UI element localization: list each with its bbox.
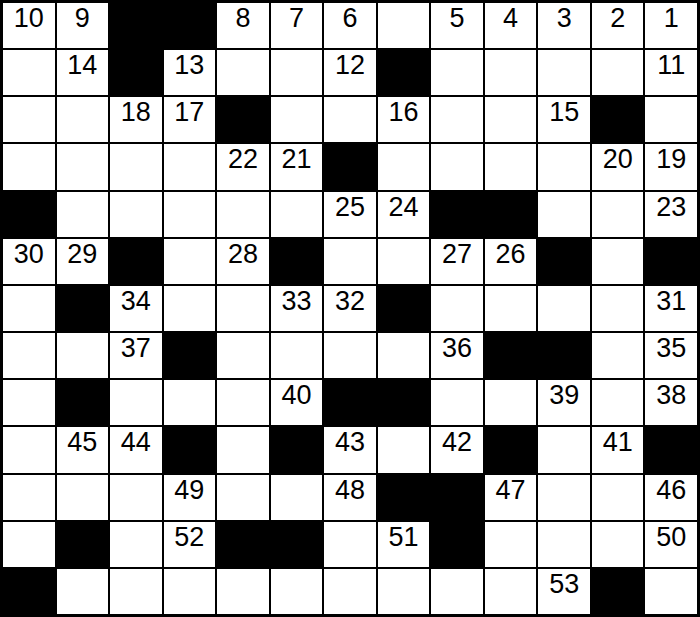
cell-r11c3[interactable] [110,475,162,520]
cell-r1c5[interactable]: 8 [217,3,269,48]
clue-number: 13 [174,50,204,79]
block-cell-r6c6 [271,239,323,284]
cell-r4c9[interactable] [431,144,483,189]
clue-number: 3 [557,3,572,32]
cell-r7c6[interactable]: 33 [271,286,323,331]
cell-r3c2[interactable] [57,97,109,142]
clue-number: 34 [121,286,151,315]
cell-r4c12[interactable]: 20 [592,144,644,189]
clue-number: 41 [603,427,633,456]
cell-r1c1[interactable]: 10 [3,3,55,48]
cell-r6c9[interactable]: 27 [431,239,483,284]
clue-number: 52 [174,522,204,551]
cell-r5c5[interactable] [217,192,269,237]
cell-r4c1[interactable] [3,144,55,189]
cell-r3c7[interactable] [324,97,376,142]
cell-r1c6[interactable]: 7 [271,3,323,48]
clue-number: 24 [389,192,419,221]
cell-r10c7[interactable]: 43 [324,427,376,472]
cell-r8c13[interactable]: 35 [645,333,697,378]
cell-r6c1[interactable]: 30 [3,239,55,284]
cell-r13c4[interactable] [164,569,216,614]
block-cell-r6c11 [538,239,590,284]
block-cell-r11c9 [431,475,483,520]
cell-r4c13[interactable]: 19 [645,144,697,189]
cell-r3c8[interactable]: 16 [378,97,430,142]
cell-r12c3[interactable] [110,522,162,567]
cell-r12c10[interactable] [485,522,537,567]
cell-r9c11[interactable]: 39 [538,380,590,425]
cell-r4c8[interactable] [378,144,430,189]
cell-r7c4[interactable] [164,286,216,331]
clue-number: 5 [450,3,465,32]
block-cell-r12c2 [57,522,109,567]
clue-number: 49 [174,475,204,504]
clue-number: 44 [121,427,151,456]
clue-number: 23 [656,192,686,221]
cell-r8c2[interactable] [57,333,109,378]
block-cell-r11c8 [378,475,430,520]
clue-number: 15 [549,97,579,126]
cell-r4c3[interactable] [110,144,162,189]
clue-number: 8 [235,3,250,32]
cell-r1c8[interactable] [378,3,430,48]
cell-r10c1[interactable] [3,427,55,472]
cell-r2c11[interactable] [538,50,590,95]
cell-r7c7[interactable]: 32 [324,286,376,331]
block-cell-r13c12 [592,569,644,614]
cell-r7c9[interactable] [431,286,483,331]
clue-number: 6 [342,3,357,32]
cell-r13c10[interactable] [485,569,537,614]
cell-r11c2[interactable] [57,475,109,520]
cell-r9c5[interactable] [217,380,269,425]
cell-r10c5[interactable] [217,427,269,472]
cell-r13c7[interactable] [324,569,376,614]
clue-number: 50 [656,522,686,551]
block-cell-r5c9 [431,192,483,237]
block-cell-r10c6 [271,427,323,472]
clue-number: 12 [335,50,365,79]
cell-r13c11[interactable]: 53 [538,569,590,614]
block-cell-r9c7 [324,380,376,425]
cell-r1c2[interactable]: 9 [57,3,109,48]
clue-number: 47 [496,475,526,504]
block-cell-r6c3 [110,239,162,284]
cell-r7c5[interactable] [217,286,269,331]
clue-number: 14 [67,50,97,79]
clue-number: 36 [442,333,472,362]
cell-r6c4[interactable] [164,239,216,284]
block-cell-r12c5 [217,522,269,567]
block-cell-r12c9 [431,522,483,567]
cell-r10c12[interactable]: 41 [592,427,644,472]
cell-r1c10[interactable]: 4 [485,3,537,48]
cell-r7c1[interactable] [3,286,55,331]
cell-r1c9[interactable]: 5 [431,3,483,48]
block-cell-r4c7 [324,144,376,189]
cell-r8c1[interactable] [3,333,55,378]
cell-r12c11[interactable] [538,522,590,567]
cell-r2c4[interactable]: 13 [164,50,216,95]
clue-number: 25 [335,192,365,221]
block-cell-r7c2 [57,286,109,331]
cell-r8c8[interactable] [378,333,430,378]
block-cell-r12c6 [271,522,323,567]
clue-number: 19 [656,144,686,173]
clue-number: 2 [610,3,625,32]
block-cell-r1c3 [110,3,162,48]
cell-r13c9[interactable] [431,569,483,614]
cell-r5c3[interactable] [110,192,162,237]
cell-r12c4[interactable]: 52 [164,522,216,567]
clue-number: 48 [335,475,365,504]
cell-r13c6[interactable] [271,569,323,614]
cell-r3c10[interactable] [485,97,537,142]
cell-r11c11[interactable] [538,475,590,520]
clue-number: 17 [174,97,204,126]
cell-r2c5[interactable] [217,50,269,95]
cell-r2c1[interactable] [3,50,55,95]
block-cell-r8c4 [164,333,216,378]
cell-r9c1[interactable] [3,380,55,425]
cell-r10c8[interactable] [378,427,430,472]
cell-r5c2[interactable] [57,192,109,237]
clue-number: 35 [656,333,686,362]
cell-r10c3[interactable]: 44 [110,427,162,472]
cell-r8c6[interactable] [271,333,323,378]
cell-r7c13[interactable]: 31 [645,286,697,331]
clue-number: 33 [281,286,311,315]
cell-r4c11[interactable] [538,144,590,189]
cell-r12c12[interactable] [592,522,644,567]
cell-r6c5[interactable]: 28 [217,239,269,284]
cell-r5c8[interactable]: 24 [378,192,430,237]
cell-r6c12[interactable] [592,239,644,284]
cell-r9c10[interactable] [485,380,537,425]
cell-r2c10[interactable] [485,50,537,95]
cell-r2c13[interactable]: 11 [645,50,697,95]
clue-number: 37 [121,333,151,362]
cell-r3c4[interactable]: 17 [164,97,216,142]
cell-r9c3[interactable] [110,380,162,425]
cell-r11c12[interactable] [592,475,644,520]
cell-r1c7[interactable]: 6 [324,3,376,48]
clue-number: 43 [335,427,365,456]
block-cell-r10c13 [645,427,697,472]
cell-r8c7[interactable] [324,333,376,378]
block-cell-r7c8 [378,286,430,331]
clue-number: 29 [67,239,97,268]
cell-r7c12[interactable] [592,286,644,331]
cell-r12c8[interactable]: 51 [378,522,430,567]
cell-r1c11[interactable]: 3 [538,3,590,48]
cell-r13c8[interactable] [378,569,430,614]
cell-r9c4[interactable] [164,380,216,425]
cell-r9c13[interactable]: 38 [645,380,697,425]
cell-r1c12[interactable]: 2 [592,3,644,48]
cell-r5c13[interactable]: 23 [645,192,697,237]
cell-r4c4[interactable] [164,144,216,189]
clue-number: 4 [503,3,518,32]
block-cell-r10c4 [164,427,216,472]
block-cell-r9c8 [378,380,430,425]
cell-r10c9[interactable]: 42 [431,427,483,472]
cell-r3c13[interactable] [645,97,697,142]
cell-r7c11[interactable] [538,286,590,331]
clue-number: 9 [75,3,90,32]
clue-number: 53 [549,569,579,598]
cell-r7c3[interactable]: 34 [110,286,162,331]
crossword-board: 1098765432114131211181716152221201925242… [0,0,700,617]
cell-r3c6[interactable] [271,97,323,142]
clue-number: 39 [549,380,579,409]
cell-r9c6[interactable]: 40 [271,380,323,425]
cell-r12c7[interactable] [324,522,376,567]
block-cell-r6c13 [645,239,697,284]
clue-number: 51 [389,522,419,551]
cell-r4c2[interactable] [57,144,109,189]
cell-r11c7[interactable]: 48 [324,475,376,520]
clue-number: 7 [289,3,304,32]
cell-r7c10[interactable] [485,286,537,331]
cell-r6c2[interactable]: 29 [57,239,109,284]
cell-r4c5[interactable]: 22 [217,144,269,189]
cell-r12c13[interactable]: 50 [645,522,697,567]
cell-r5c11[interactable] [538,192,590,237]
cell-r3c11[interactable]: 15 [538,97,590,142]
clue-number: 20 [603,144,633,173]
cell-r3c1[interactable] [3,97,55,142]
cell-r11c4[interactable]: 49 [164,475,216,520]
block-cell-r2c3 [110,50,162,95]
clue-number: 32 [335,286,365,315]
clue-number: 1 [664,3,679,32]
clue-number: 27 [442,239,472,268]
block-cell-r5c10 [485,192,537,237]
cell-r6c8[interactable] [378,239,430,284]
cell-r4c10[interactable] [485,144,537,189]
clue-number: 30 [14,239,44,268]
cell-r2c2[interactable]: 14 [57,50,109,95]
clue-number: 22 [228,144,258,173]
block-cell-r10c10 [485,427,537,472]
cell-r11c10[interactable]: 47 [485,475,537,520]
cell-r9c9[interactable] [431,380,483,425]
cell-r13c5[interactable] [217,569,269,614]
cell-r4c6[interactable]: 21 [271,144,323,189]
cell-r8c12[interactable] [592,333,644,378]
clue-number: 46 [656,475,686,504]
block-cell-r8c11 [538,333,590,378]
cell-r3c3[interactable]: 18 [110,97,162,142]
block-cell-r8c10 [485,333,537,378]
clue-number: 42 [442,427,472,456]
cell-r5c7[interactable]: 25 [324,192,376,237]
cell-r2c6[interactable] [271,50,323,95]
cell-r2c12[interactable] [592,50,644,95]
cell-r9c12[interactable] [592,380,644,425]
block-cell-r9c2 [57,380,109,425]
cell-r8c5[interactable] [217,333,269,378]
cell-r11c1[interactable] [3,475,55,520]
cell-r10c2[interactable]: 45 [57,427,109,472]
cell-r8c9[interactable]: 36 [431,333,483,378]
cell-r2c9[interactable] [431,50,483,95]
block-cell-r3c12 [592,97,644,142]
cell-r11c6[interactable] [271,475,323,520]
clue-number: 26 [496,239,526,268]
clue-number: 28 [228,239,258,268]
clue-number: 40 [281,380,311,409]
cell-r13c2[interactable] [57,569,109,614]
clue-number: 16 [389,97,419,126]
cell-r12c1[interactable] [3,522,55,567]
clue-number: 31 [656,286,686,315]
cell-r6c10[interactable]: 26 [485,239,537,284]
clue-number: 18 [121,97,151,126]
cell-r11c5[interactable] [217,475,269,520]
cell-r8c3[interactable]: 37 [110,333,162,378]
cell-r5c6[interactable] [271,192,323,237]
clue-number: 45 [67,427,97,456]
block-cell-r2c8 [378,50,430,95]
block-cell-r3c5 [217,97,269,142]
cell-r11c13[interactable]: 46 [645,475,697,520]
cell-r5c4[interactable] [164,192,216,237]
cell-r1c13[interactable]: 1 [645,3,697,48]
cell-r6c7[interactable] [324,239,376,284]
clue-number: 10 [14,3,44,32]
clue-number: 38 [656,380,686,409]
clue-number: 11 [657,50,685,79]
cell-r2c7[interactable]: 12 [324,50,376,95]
cell-r5c12[interactable] [592,192,644,237]
block-cell-r5c1 [3,192,55,237]
block-cell-r13c1 [3,569,55,614]
clue-number: 21 [281,144,311,173]
cell-r3c9[interactable] [431,97,483,142]
cell-r13c13[interactable] [645,569,697,614]
block-cell-r1c4 [164,3,216,48]
cell-r10c11[interactable] [538,427,590,472]
cell-r13c3[interactable] [110,569,162,614]
